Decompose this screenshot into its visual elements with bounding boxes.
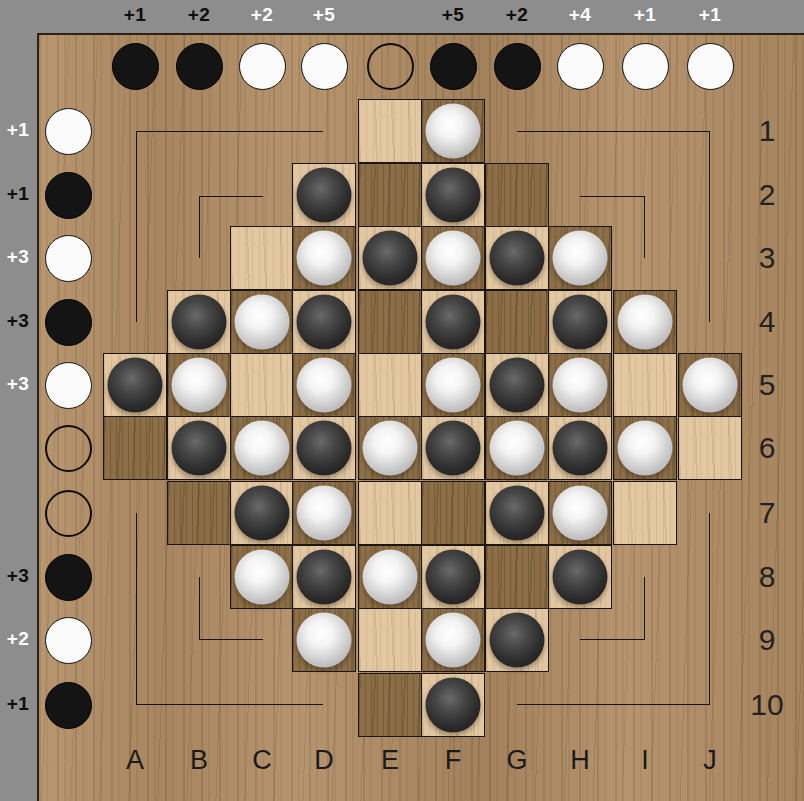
cell-I7[interactable] — [613, 481, 677, 545]
cell-I5[interactable] — [613, 353, 677, 417]
row-marker-5 — [45, 362, 92, 409]
black-disc-G9 — [490, 613, 545, 668]
row-score-4: +3 — [0, 310, 48, 332]
black-disc-F2 — [426, 168, 481, 223]
black-disc-D2 — [297, 168, 352, 223]
column-label-I: I — [613, 745, 677, 776]
cell-D2[interactable] — [292, 163, 356, 227]
cell-F6[interactable] — [421, 416, 485, 480]
row-label-9: 9 — [740, 623, 794, 657]
cell-J5[interactable] — [678, 353, 742, 417]
black-disc-D8 — [297, 550, 352, 605]
column-label-E: E — [358, 745, 422, 776]
row-score-9: +2 — [0, 628, 48, 650]
black-disc-F10 — [426, 678, 481, 733]
column-score-J: +1 — [680, 4, 740, 26]
black-disc-G7 — [490, 486, 545, 541]
black-disc-E3 — [363, 231, 418, 286]
column-marker-G — [494, 43, 541, 90]
cell-C7[interactable] — [230, 481, 294, 545]
cell-I4[interactable] — [613, 290, 677, 354]
white-disc-J5 — [683, 358, 738, 413]
black-disc-C7 — [235, 486, 290, 541]
cell-F9[interactable] — [421, 608, 485, 672]
row-label-2: 2 — [740, 178, 794, 212]
cell-D5[interactable] — [292, 353, 356, 417]
row-marker-9 — [45, 617, 92, 664]
column-marker-F — [430, 43, 477, 90]
black-disc-H8 — [553, 550, 608, 605]
cell-E2[interactable] — [358, 163, 422, 227]
black-disc-F6 — [426, 421, 481, 476]
cell-F1[interactable] — [421, 99, 485, 163]
white-disc-I6 — [618, 421, 673, 476]
row-score-2: +1 — [0, 183, 48, 205]
cell-E1[interactable] — [358, 99, 422, 163]
cell-G2[interactable] — [485, 163, 549, 227]
column-score-H: +4 — [550, 4, 610, 26]
cell-F8[interactable] — [421, 545, 485, 609]
row-marker-8 — [45, 554, 92, 601]
cell-H4[interactable] — [548, 290, 612, 354]
cell-D9[interactable] — [292, 608, 356, 672]
cell-B5[interactable] — [167, 353, 231, 417]
row-marker-3 — [45, 235, 92, 282]
column-marker-C — [239, 43, 286, 90]
black-disc-B6 — [172, 421, 227, 476]
column-label-A: A — [103, 745, 167, 776]
column-label-D: D — [292, 745, 356, 776]
column-score-I: +1 — [615, 4, 675, 26]
black-disc-G3 — [490, 231, 545, 286]
row-marker-10 — [45, 682, 92, 729]
cell-E8[interactable] — [358, 545, 422, 609]
row-label-5: 5 — [740, 368, 794, 402]
cell-D8[interactable] — [292, 545, 356, 609]
white-disc-E6 — [363, 421, 418, 476]
cell-C5[interactable] — [230, 353, 294, 417]
column-marker-D — [301, 43, 348, 90]
cell-G8[interactable] — [485, 545, 549, 609]
cell-E5[interactable] — [358, 353, 422, 417]
cell-G5[interactable] — [485, 353, 549, 417]
black-disc-G5 — [490, 358, 545, 413]
black-disc-F8 — [426, 550, 481, 605]
column-marker-B — [176, 43, 223, 90]
cell-F2[interactable] — [421, 163, 485, 227]
cell-G3[interactable] — [485, 226, 549, 290]
cell-D4[interactable] — [292, 290, 356, 354]
cell-G4[interactable] — [485, 290, 549, 354]
row-label-8: 8 — [740, 560, 794, 594]
cell-C3[interactable] — [230, 226, 294, 290]
cell-B4[interactable] — [167, 290, 231, 354]
cell-G6[interactable] — [485, 416, 549, 480]
cell-H3[interactable] — [548, 226, 612, 290]
column-marker-J — [687, 43, 734, 90]
column-score-F: +5 — [423, 4, 483, 26]
cell-F4[interactable] — [421, 290, 485, 354]
cell-E3[interactable] — [358, 226, 422, 290]
white-disc-E8 — [363, 550, 418, 605]
cell-A6[interactable] — [103, 416, 167, 480]
cell-G7[interactable] — [485, 481, 549, 545]
column-label-F: F — [421, 745, 485, 776]
column-marker-A — [112, 43, 159, 90]
white-disc-F5 — [426, 358, 481, 413]
black-disc-H4 — [553, 295, 608, 350]
cell-B6[interactable] — [167, 416, 231, 480]
column-label-H: H — [548, 745, 612, 776]
white-disc-H3 — [553, 231, 608, 286]
column-label-J: J — [678, 745, 742, 776]
cell-A5[interactable] — [103, 353, 167, 417]
row-score-3: +3 — [0, 246, 48, 268]
column-marker-E — [367, 43, 414, 90]
cell-F5[interactable] — [421, 353, 485, 417]
cell-J6[interactable] — [678, 416, 742, 480]
black-disc-F4 — [426, 295, 481, 350]
row-score-8: +3 — [0, 565, 48, 587]
cell-G9[interactable] — [485, 608, 549, 672]
cell-I6[interactable] — [613, 416, 677, 480]
column-marker-I — [622, 43, 669, 90]
column-score-C: +2 — [232, 4, 292, 26]
white-disc-D5 — [297, 358, 352, 413]
black-disc-H6 — [553, 421, 608, 476]
column-score-G: +2 — [487, 4, 547, 26]
column-label-B: B — [167, 745, 231, 776]
row-label-1: 1 — [740, 114, 794, 148]
row-marker-4 — [45, 299, 92, 346]
white-disc-H5 — [553, 358, 608, 413]
white-disc-F1 — [426, 104, 481, 159]
white-disc-C8 — [235, 550, 290, 605]
cell-E4[interactable] — [358, 290, 422, 354]
white-disc-F9 — [426, 613, 481, 668]
cell-H5[interactable] — [548, 353, 612, 417]
cell-B7[interactable] — [167, 481, 231, 545]
row-marker-1 — [45, 108, 92, 155]
cell-E9[interactable] — [358, 608, 422, 672]
cell-C8[interactable] — [230, 545, 294, 609]
row-label-7: 7 — [740, 496, 794, 530]
white-disc-B5 — [172, 358, 227, 413]
cell-H6[interactable] — [548, 416, 612, 480]
white-disc-F3 — [426, 231, 481, 286]
column-marker-H — [557, 43, 604, 90]
cell-H7[interactable] — [548, 481, 612, 545]
white-disc-C6 — [235, 421, 290, 476]
column-label-G: G — [485, 745, 549, 776]
row-label-10: 10 — [740, 688, 794, 722]
row-score-5: +3 — [0, 373, 48, 395]
black-disc-B4 — [172, 295, 227, 350]
white-disc-D3 — [297, 231, 352, 286]
column-score-A: +1 — [105, 4, 165, 26]
white-disc-I4 — [618, 295, 673, 350]
cell-D6[interactable] — [292, 416, 356, 480]
column-score-D: +5 — [294, 4, 354, 26]
black-disc-A5 — [108, 358, 163, 413]
cell-F3[interactable] — [421, 226, 485, 290]
cell-D3[interactable] — [292, 226, 356, 290]
row-label-3: 3 — [740, 241, 794, 275]
cell-D7[interactable] — [292, 481, 356, 545]
column-score-B: +2 — [169, 4, 229, 26]
cell-E6[interactable] — [358, 416, 422, 480]
cell-C4[interactable] — [230, 290, 294, 354]
white-disc-D9 — [297, 613, 352, 668]
white-disc-C4 — [235, 295, 290, 350]
cell-E10[interactable] — [358, 673, 422, 737]
black-disc-D6 — [297, 421, 352, 476]
column-label-C: C — [230, 745, 294, 776]
row-marker-2 — [45, 172, 92, 219]
cell-F10[interactable] — [421, 673, 485, 737]
row-marker-6 — [45, 425, 92, 472]
white-disc-D7 — [297, 486, 352, 541]
row-score-1: +1 — [0, 119, 48, 141]
row-label-6: 6 — [740, 431, 794, 465]
cell-E7[interactable] — [358, 481, 422, 545]
row-marker-7 — [45, 490, 92, 537]
white-disc-G6 — [490, 421, 545, 476]
white-disc-H7 — [553, 486, 608, 541]
row-label-4: 4 — [740, 305, 794, 339]
row-score-10: +1 — [0, 693, 48, 715]
cell-H8[interactable] — [548, 545, 612, 609]
app-root: { "game": { "name": "Row-and-column majo… — [0, 0, 804, 801]
cell-F7[interactable] — [421, 481, 485, 545]
black-disc-D4 — [297, 295, 352, 350]
cell-C6[interactable] — [230, 416, 294, 480]
